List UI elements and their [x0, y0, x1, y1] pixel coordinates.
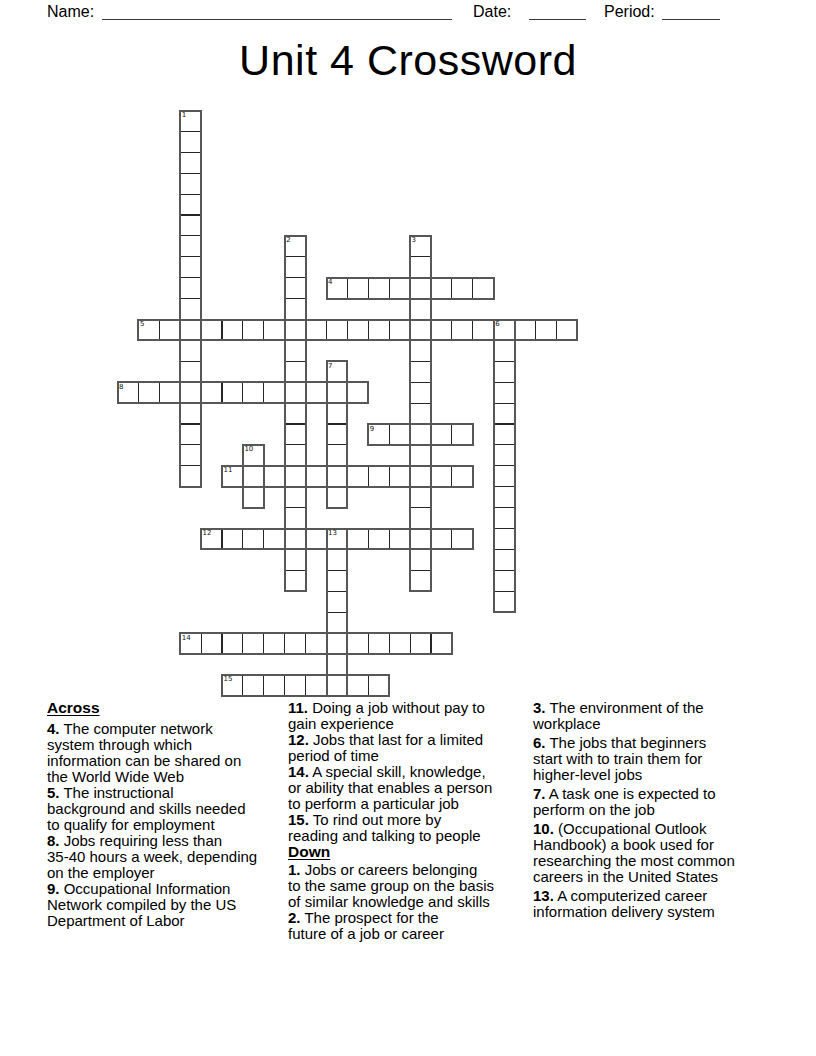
- grid-cell[interactable]: [410, 403, 432, 425]
- grid-cell[interactable]: [284, 549, 306, 571]
- grid-cell[interactable]: [535, 319, 557, 341]
- grid-cell[interactable]: [326, 277, 348, 299]
- grid-cell[interactable]: [451, 277, 473, 299]
- grid-cell[interactable]: [284, 674, 306, 696]
- clue-number: 6.: [533, 734, 546, 751]
- clue-item-6: 6. The jobs that beginners start with to…: [533, 735, 783, 783]
- clue-number: 1.: [288, 861, 301, 878]
- grid-cell[interactable]: [347, 277, 369, 299]
- grid-cell[interactable]: [431, 465, 453, 487]
- grid-cell[interactable]: [180, 361, 202, 383]
- grid-cell[interactable]: [493, 591, 515, 613]
- grid-cell[interactable]: [556, 319, 578, 341]
- grid-cell[interactable]: [326, 653, 348, 675]
- grid-cell[interactable]: [410, 382, 432, 404]
- grid-cell[interactable]: [284, 319, 306, 341]
- grid-cell[interactable]: [180, 403, 202, 425]
- grid-cell[interactable]: [326, 361, 348, 383]
- clue-number: 15.: [288, 811, 309, 828]
- grid-cell[interactable]: [472, 319, 494, 341]
- grid-cell[interactable]: [493, 361, 515, 383]
- clue-item-7: 7. A task one is expected to perform on …: [533, 786, 783, 818]
- grid-cell[interactable]: [326, 674, 348, 696]
- clue-number: 11.: [288, 699, 308, 716]
- grid-cell[interactable]: [201, 633, 223, 655]
- clue-item-10: 10. (Occupational Outlook Handbook) a bo…: [533, 821, 783, 885]
- grid-cell[interactable]: [493, 507, 515, 529]
- clue-item-8: 8. Jobs requiring less than 35-40 hours …: [47, 833, 285, 881]
- clue-text: A computerized career information delive…: [533, 887, 715, 920]
- clue-item-12: 12. Jobs that last for a limited period …: [288, 732, 533, 764]
- grid-cell[interactable]: [284, 298, 306, 320]
- period-field-label: Period:: [604, 3, 655, 21]
- grid-cell[interactable]: [410, 340, 432, 362]
- grid-cell[interactable]: [493, 340, 515, 362]
- clue-heading-down: Down: [288, 844, 533, 860]
- grid-cell[interactable]: [368, 277, 390, 299]
- grid-cell[interactable]: [180, 298, 202, 320]
- clue-text: The environment of the workplace: [533, 699, 704, 732]
- grid-cell[interactable]: [180, 152, 202, 174]
- grid-cell[interactable]: [493, 444, 515, 466]
- grid-cell[interactable]: [389, 277, 411, 299]
- grid-cell[interactable]: [326, 633, 348, 655]
- grid-cell[interactable]: [263, 319, 285, 341]
- grid-cell[interactable]: [410, 319, 432, 341]
- grid-cell[interactable]: [326, 403, 348, 425]
- name-blank-line[interactable]: [102, 19, 452, 20]
- grid-cell[interactable]: [180, 235, 202, 257]
- grid-cell[interactable]: [493, 486, 515, 508]
- grid-cell[interactable]: [305, 633, 327, 655]
- clue-text: The jobs that beginners start with to tr…: [533, 734, 706, 783]
- grid-cell[interactable]: [242, 674, 264, 696]
- grid-cell[interactable]: [284, 277, 306, 299]
- grid-cell[interactable]: [284, 361, 306, 383]
- grid-cell[interactable]: [389, 319, 411, 341]
- period-blank-line[interactable]: [662, 19, 720, 20]
- grid-cell[interactable]: [222, 465, 244, 487]
- grid-cell[interactable]: [284, 486, 306, 508]
- clue-item-15: 15. To rind out more by reading and talk…: [288, 812, 533, 844]
- grid-cell[interactable]: [263, 633, 285, 655]
- grid-cell[interactable]: [410, 298, 432, 320]
- worksheet-page: Name: Date: Period: Unit 4 Crossword 123…: [0, 0, 816, 1056]
- grid-cell[interactable]: [347, 319, 369, 341]
- grid-cell[interactable]: [389, 633, 411, 655]
- clue-number: 13.: [533, 887, 554, 904]
- grid-cell[interactable]: [180, 173, 202, 195]
- clue-text: To rind out more by reading and talking …: [288, 811, 481, 844]
- grid-cell[interactable]: [180, 319, 202, 341]
- clue-item-1: 1. Jobs or careers belonging to the same…: [288, 862, 533, 910]
- grid-cell[interactable]: [180, 382, 202, 404]
- grid-cell[interactable]: [410, 277, 432, 299]
- crossword-grid: 123456789101112131415: [117, 110, 579, 697]
- clue-item-11: 11. Doing a job without pay to gain expe…: [288, 700, 533, 732]
- grid-cell[interactable]: [493, 403, 515, 425]
- grid-cell[interactable]: [326, 444, 348, 466]
- grid-cell[interactable]: [242, 465, 264, 487]
- clue-text: Doing a job without pay to gain experien…: [288, 699, 485, 732]
- clue-text: The prospect for the future of a job or …: [288, 909, 444, 942]
- clues-column-2: 11. Doing a job without pay to gain expe…: [288, 700, 533, 942]
- clue-number: 3.: [533, 699, 546, 716]
- name-field-label: Name:: [47, 3, 94, 21]
- grid-cell[interactable]: [410, 465, 432, 487]
- grid-cell[interactable]: [117, 382, 139, 404]
- grid-cell[interactable]: [222, 382, 244, 404]
- date-field-label: Date:: [473, 3, 511, 21]
- grid-cell[interactable]: [431, 424, 453, 446]
- clue-text: Jobs or careers belonging to the same gr…: [288, 861, 494, 910]
- grid-cell[interactable]: [242, 486, 264, 508]
- grid-cell[interactable]: [284, 444, 306, 466]
- grid-cell[interactable]: [410, 570, 432, 592]
- grid-cell[interactable]: [180, 424, 202, 446]
- grid-cell[interactable]: [284, 235, 306, 257]
- grid-cell[interactable]: [242, 633, 264, 655]
- clues-column-1: Across4. The computer network system thr…: [47, 700, 285, 929]
- grid-cell[interactable]: [138, 319, 160, 341]
- grid-cell[interactable]: [493, 465, 515, 487]
- grid-cell[interactable]: [284, 507, 306, 529]
- grid-cell[interactable]: [389, 465, 411, 487]
- grid-cell[interactable]: [201, 319, 223, 341]
- grid-cell[interactable]: [451, 424, 473, 446]
- clue-item-13: 13. A computerized career information de…: [533, 888, 783, 920]
- grid-cell[interactable]: [201, 382, 223, 404]
- clue-number: 8.: [47, 832, 60, 849]
- clue-item-3: 3. The environment of the workplace: [533, 700, 783, 732]
- clue-number: 10.: [533, 820, 554, 837]
- grid-cell[interactable]: [242, 444, 264, 466]
- grid-cell[interactable]: [410, 444, 432, 466]
- grid-cell[interactable]: [242, 382, 264, 404]
- clue-heading-across: Across: [47, 700, 285, 716]
- clue-number: 5.: [47, 784, 60, 801]
- grid-cell[interactable]: [410, 424, 432, 446]
- grid-cell[interactable]: [201, 528, 223, 550]
- grid-cell[interactable]: [410, 549, 432, 571]
- grid-cell[interactable]: [326, 486, 348, 508]
- grid-cell[interactable]: [347, 528, 369, 550]
- clue-text: A special skill, knowledge, or ability t…: [288, 763, 492, 812]
- grid-cell[interactable]: [514, 319, 536, 341]
- grid-cell[interactable]: [410, 507, 432, 529]
- grid-cell[interactable]: [222, 674, 244, 696]
- grid-cell[interactable]: [493, 528, 515, 550]
- grid-cell[interactable]: [326, 465, 348, 487]
- grid-cell[interactable]: [451, 528, 473, 550]
- grid-cell[interactable]: [368, 633, 390, 655]
- grid-cell[interactable]: [493, 570, 515, 592]
- grid-cell[interactable]: [389, 424, 411, 446]
- grid-cell[interactable]: [305, 319, 327, 341]
- grid-cell[interactable]: [326, 570, 348, 592]
- grid-cell[interactable]: [242, 528, 264, 550]
- grid-cell[interactable]: [284, 256, 306, 278]
- grid-cell[interactable]: [305, 528, 327, 550]
- grid-cell[interactable]: [305, 674, 327, 696]
- grid-cell[interactable]: [222, 633, 244, 655]
- grid-cell[interactable]: [410, 235, 432, 257]
- clue-number: 2.: [288, 909, 301, 926]
- grid-cell[interactable]: [180, 633, 202, 655]
- grid-cell[interactable]: [493, 549, 515, 571]
- clue-text: Jobs requiring less than 35-40 hours a w…: [47, 832, 257, 881]
- grid-cell[interactable]: [326, 528, 348, 550]
- clue-item-5: 5. The instructional background and skil…: [47, 785, 285, 833]
- clue-number: 4.: [47, 720, 60, 737]
- grid-cell[interactable]: [180, 340, 202, 362]
- grid-cell[interactable]: [263, 674, 285, 696]
- grid-cell[interactable]: [368, 424, 390, 446]
- clues-column-3: 3. The environment of the workplace6. Th…: [533, 700, 783, 923]
- grid-cell[interactable]: [284, 403, 306, 425]
- grid-cell[interactable]: [347, 382, 369, 404]
- clue-number: 9.: [47, 880, 60, 897]
- clue-text: The instructional background and skills …: [47, 784, 245, 833]
- grid-cell[interactable]: [368, 319, 390, 341]
- grid-cell[interactable]: [222, 528, 244, 550]
- grid-cell[interactable]: [431, 528, 453, 550]
- clue-text: Occupational Information Network compile…: [47, 880, 236, 929]
- grid-cell[interactable]: [180, 215, 202, 237]
- clue-item-14: 14. A special skill, knowledge, or abili…: [288, 764, 533, 812]
- clue-item-9: 9. Occupational Information Network comp…: [47, 881, 285, 929]
- grid-cell[interactable]: [326, 382, 348, 404]
- grid-cell[interactable]: [410, 528, 432, 550]
- clue-item-2: 2. The prospect for the future of a job …: [288, 910, 533, 942]
- grid-cell[interactable]: [180, 256, 202, 278]
- grid-cell[interactable]: [410, 361, 432, 383]
- grid-cell[interactable]: [493, 424, 515, 446]
- grid-cell[interactable]: [242, 319, 264, 341]
- grid-cell[interactable]: [347, 465, 369, 487]
- grid-cell[interactable]: [305, 382, 327, 404]
- grid-cell[interactable]: [180, 444, 202, 466]
- clue-number: 14.: [288, 763, 309, 780]
- grid-cell[interactable]: [326, 319, 348, 341]
- grid-cell[interactable]: [368, 674, 390, 696]
- clue-item-4: 4. The computer network system through w…: [47, 721, 285, 785]
- clue-text: The computer network system through whic…: [47, 720, 241, 785]
- grid-cell[interactable]: [431, 319, 453, 341]
- grid-cell[interactable]: [263, 465, 285, 487]
- grid-cell[interactable]: [284, 528, 306, 550]
- grid-cell[interactable]: [159, 382, 181, 404]
- clue-text: Jobs that last for a limited period of t…: [288, 731, 483, 764]
- grid-cell[interactable]: [284, 465, 306, 487]
- grid-cell[interactable]: [410, 633, 432, 655]
- grid-cell[interactable]: [410, 486, 432, 508]
- grid-cell[interactable]: [284, 340, 306, 362]
- clue-text: (Occupational Outlook Handbook) a book u…: [533, 820, 735, 885]
- grid-cell[interactable]: [263, 382, 285, 404]
- grid-cell[interactable]: [180, 131, 202, 153]
- grid-cell[interactable]: [493, 319, 515, 341]
- grid-cell[interactable]: [159, 319, 181, 341]
- grid-cell[interactable]: [493, 382, 515, 404]
- grid-cell[interactable]: [326, 549, 348, 571]
- grid-cell[interactable]: [472, 277, 494, 299]
- grid-cell[interactable]: [451, 465, 473, 487]
- clue-text: A task one is expected to perform on the…: [533, 785, 716, 818]
- grid-cell[interactable]: [389, 528, 411, 550]
- clue-number: 12.: [288, 731, 309, 748]
- grid-cell[interactable]: [138, 382, 160, 404]
- grid-cell[interactable]: [326, 424, 348, 446]
- grid-cell[interactable]: [451, 319, 473, 341]
- grid-cell[interactable]: [431, 633, 453, 655]
- grid-cell[interactable]: [180, 465, 202, 487]
- grid-cell[interactable]: [284, 633, 306, 655]
- grid-cell[interactable]: [410, 256, 432, 278]
- grid-cell[interactable]: [326, 612, 348, 634]
- grid-cell[interactable]: [368, 465, 390, 487]
- grid-cell[interactable]: [326, 591, 348, 613]
- grid-cell[interactable]: [284, 382, 306, 404]
- grid-cell[interactable]: [347, 674, 369, 696]
- grid-cell[interactable]: [431, 277, 453, 299]
- page-title: Unit 4 Crossword: [0, 36, 816, 85]
- grid-cell[interactable]: [263, 528, 285, 550]
- grid-cell[interactable]: [222, 319, 244, 341]
- grid-cell[interactable]: [180, 194, 202, 216]
- grid-cell[interactable]: [284, 570, 306, 592]
- grid-cell[interactable]: [305, 465, 327, 487]
- grid-cell[interactable]: [368, 528, 390, 550]
- clue-number: 7.: [533, 785, 546, 802]
- grid-cell[interactable]: [347, 633, 369, 655]
- date-blank-line[interactable]: [529, 19, 586, 20]
- grid-cell[interactable]: [180, 277, 202, 299]
- grid-cell[interactable]: [180, 110, 202, 132]
- grid-cell[interactable]: [284, 424, 306, 446]
